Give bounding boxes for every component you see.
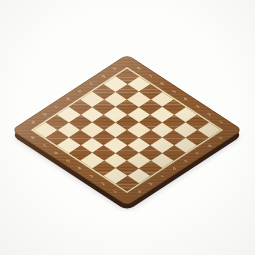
coord-rank-4-front: 4	[77, 167, 83, 171]
coord-rank-8-front: 8	[30, 136, 36, 140]
coord-file-g-front: g	[206, 144, 212, 148]
coord-rank-1-front: 1	[112, 190, 118, 194]
coord-rank-8-back: 8	[136, 67, 142, 71]
coord-file-f-back: f	[89, 82, 94, 85]
coord-rank-7-back: 7	[148, 74, 154, 78]
coord-file-e-back: e	[77, 90, 83, 94]
coord-file-d-front: d	[171, 167, 177, 171]
coord-rank-2-front: 2	[100, 182, 106, 186]
coord-rank-4-back: 4	[183, 97, 189, 101]
product-photo-background: aa11bb22cc33dd44ee55ff66gg77hh88	[0, 0, 255, 255]
coord-rank-6-front: 6	[54, 151, 60, 155]
coord-rank-2-back: 2	[206, 112, 212, 116]
coord-file-g-back: g	[100, 74, 106, 78]
board-top-face: aa11bb22cc33dd44ee55ff66gg77hh88	[11, 54, 243, 206]
coord-rank-5-back: 5	[171, 90, 177, 94]
coord-rank-7-front: 7	[42, 144, 48, 148]
coord-rank-5-front: 5	[65, 159, 71, 163]
coord-file-h-back: h	[112, 67, 118, 71]
coord-file-f-front: f	[195, 152, 200, 155]
coord-file-c-back: c	[54, 105, 59, 109]
coord-rank-3-back: 3	[195, 105, 201, 109]
coord-file-h-front: h	[218, 136, 224, 140]
coord-rank-3-front: 3	[89, 174, 95, 178]
playing-field	[31, 67, 223, 193]
coord-rank-1-back: 1	[218, 120, 224, 124]
coord-file-a-back: a	[30, 120, 36, 124]
coord-file-a-front: a	[136, 190, 142, 194]
coord-file-d-back: d	[65, 97, 71, 101]
coord-file-e-front: e	[183, 159, 189, 163]
coord-file-b-front: b	[148, 182, 154, 186]
coord-rank-6-back: 6	[160, 82, 166, 86]
coord-file-c-front: c	[160, 174, 165, 178]
coord-file-b-back: b	[42, 112, 48, 116]
